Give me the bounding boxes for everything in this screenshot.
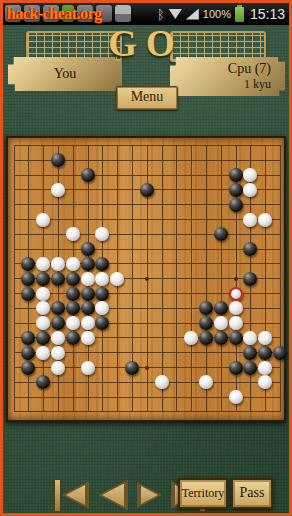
white-stone bbox=[214, 316, 228, 330]
black-stone bbox=[81, 168, 95, 182]
white-stone bbox=[66, 316, 80, 330]
white-stone bbox=[229, 390, 243, 404]
white-stone bbox=[36, 301, 50, 315]
black-stone bbox=[21, 272, 35, 286]
black-stone bbox=[81, 287, 95, 301]
watermark-text: hack-cheat.org bbox=[7, 5, 102, 23]
grid-line bbox=[206, 145, 207, 412]
android-status-bar: hack-cheat.org ᛒ 100% 15:13 bbox=[3, 3, 289, 25]
white-stone bbox=[243, 168, 257, 182]
grid-line bbox=[14, 382, 281, 383]
black-stone bbox=[125, 361, 139, 375]
black-stone bbox=[21, 287, 35, 301]
go-app-screen: hack-cheat.org ᛒ 100% 15:13 GO You Cpu (… bbox=[0, 0, 292, 516]
white-stone bbox=[184, 331, 198, 345]
black-stone bbox=[258, 346, 272, 360]
white-stone bbox=[81, 361, 95, 375]
signal-strength-icon bbox=[186, 9, 199, 20]
bluetooth-icon: ᛒ bbox=[157, 8, 165, 21]
white-stone bbox=[199, 375, 213, 389]
black-stone bbox=[243, 272, 257, 286]
pass-button[interactable]: Pass bbox=[231, 478, 273, 509]
white-stone bbox=[36, 213, 50, 227]
system-status-icons: ᛒ 100% 15:13 bbox=[157, 3, 285, 25]
black-stone bbox=[243, 346, 257, 360]
black-stone bbox=[51, 316, 65, 330]
black-stone bbox=[36, 375, 50, 389]
white-stone bbox=[258, 213, 272, 227]
black-stone bbox=[21, 257, 35, 271]
black-stone bbox=[229, 183, 243, 197]
battery-icon bbox=[235, 7, 244, 22]
next-move-button[interactable] bbox=[137, 482, 162, 508]
black-stone bbox=[51, 301, 65, 315]
black-stone bbox=[81, 301, 95, 315]
black-stone bbox=[95, 316, 109, 330]
black-stone bbox=[243, 361, 257, 375]
black-stone bbox=[199, 316, 213, 330]
white-stone bbox=[229, 316, 243, 330]
white-stone bbox=[95, 301, 109, 315]
white-stone bbox=[258, 375, 272, 389]
white-stone-last-move bbox=[229, 287, 243, 301]
white-stone bbox=[229, 301, 243, 315]
status-clock: 15:13 bbox=[250, 6, 285, 22]
grid-line bbox=[162, 145, 163, 412]
white-stone bbox=[51, 361, 65, 375]
black-stone bbox=[229, 198, 243, 212]
bottom-control-bar: Territory Pass bbox=[0, 478, 292, 512]
player-name-black: You bbox=[8, 66, 122, 82]
white-stone bbox=[95, 272, 109, 286]
black-stone bbox=[199, 331, 213, 345]
white-stone bbox=[243, 331, 257, 345]
black-stone bbox=[81, 242, 95, 256]
photo-notification-icon bbox=[115, 5, 131, 22]
white-stone bbox=[36, 287, 50, 301]
black-stone bbox=[66, 301, 80, 315]
white-stone bbox=[36, 257, 50, 271]
black-stone bbox=[140, 183, 154, 197]
go-board[interactable] bbox=[6, 136, 286, 422]
grid-line bbox=[191, 145, 192, 412]
black-stone bbox=[214, 301, 228, 315]
black-stone bbox=[36, 331, 50, 345]
first-move-button[interactable] bbox=[54, 479, 89, 512]
white-stone bbox=[81, 272, 95, 286]
black-stone bbox=[95, 257, 109, 271]
black-stone bbox=[66, 272, 80, 286]
black-stone bbox=[51, 153, 65, 167]
star-point bbox=[234, 277, 238, 281]
menu-button[interactable]: Menu bbox=[116, 86, 178, 110]
black-stone bbox=[21, 361, 35, 375]
black-stone bbox=[243, 242, 257, 256]
grid-line bbox=[176, 145, 177, 412]
black-stone bbox=[273, 346, 287, 360]
white-stone bbox=[66, 227, 80, 241]
grid-line bbox=[280, 145, 281, 412]
white-stone bbox=[51, 346, 65, 360]
black-stone bbox=[199, 301, 213, 315]
star-point bbox=[145, 277, 149, 281]
white-stone bbox=[155, 375, 169, 389]
grid-line bbox=[221, 145, 222, 412]
black-stone bbox=[21, 331, 35, 345]
black-stone bbox=[214, 331, 228, 345]
first-move-bar-icon bbox=[54, 479, 61, 512]
white-stone bbox=[258, 361, 272, 375]
star-point bbox=[145, 366, 149, 370]
player-rank-white: 1 kyu bbox=[170, 77, 271, 92]
black-stone bbox=[66, 331, 80, 345]
grid-line bbox=[14, 411, 281, 412]
white-stone bbox=[243, 183, 257, 197]
white-stone bbox=[51, 257, 65, 271]
black-stone bbox=[51, 272, 65, 286]
white-stone bbox=[66, 257, 80, 271]
app-title: GO bbox=[0, 22, 292, 65]
wifi-icon bbox=[169, 9, 182, 19]
territory-button[interactable]: Territory bbox=[178, 478, 228, 509]
white-stone bbox=[110, 272, 124, 286]
battery-percent-label: 100% bbox=[203, 8, 231, 20]
white-stone bbox=[36, 316, 50, 330]
white-stone bbox=[51, 183, 65, 197]
white-stone bbox=[36, 346, 50, 360]
black-stone bbox=[229, 168, 243, 182]
white-stone bbox=[81, 316, 95, 330]
previous-move-button[interactable] bbox=[98, 480, 128, 511]
arrow-left-icon bbox=[62, 481, 89, 509]
black-stone bbox=[95, 287, 109, 301]
black-stone bbox=[36, 272, 50, 286]
black-stone bbox=[81, 257, 95, 271]
black-stone bbox=[214, 227, 228, 241]
black-stone bbox=[229, 331, 243, 345]
black-stone bbox=[21, 346, 35, 360]
white-stone bbox=[81, 331, 95, 345]
white-stone bbox=[51, 331, 65, 345]
white-stone bbox=[95, 227, 109, 241]
black-stone bbox=[66, 287, 80, 301]
white-stone bbox=[243, 213, 257, 227]
white-stone bbox=[258, 331, 272, 345]
black-stone bbox=[229, 361, 243, 375]
